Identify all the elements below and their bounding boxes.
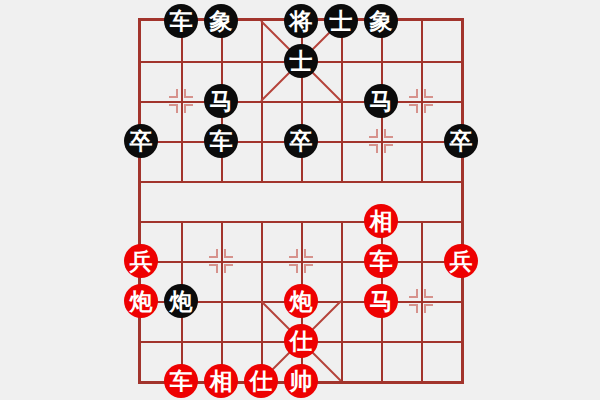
piece-red-chariot[interactable]: 车 <box>164 364 198 398</box>
piece-black-horse[interactable]: 马 <box>204 84 238 118</box>
piece-red-advisor[interactable]: 仕 <box>284 324 318 358</box>
piece-black-elephant[interactable]: 象 <box>204 4 238 38</box>
piece-black-chariot[interactable]: 车 <box>164 4 198 38</box>
piece-red-elephant[interactable]: 相 <box>204 364 238 398</box>
xiangqi-board: 车象将士象士马马卒车卒卒相兵车兵炮炮炮马仕车相仕帅 <box>138 18 464 384</box>
piece-black-soldier[interactable]: 卒 <box>444 124 478 158</box>
piece-red-elephant[interactable]: 相 <box>364 204 398 238</box>
piece-black-elephant[interactable]: 象 <box>364 4 398 38</box>
piece-red-horse[interactable]: 马 <box>364 284 398 318</box>
piece-black-advisor[interactable]: 士 <box>284 44 318 78</box>
piece-red-soldier[interactable]: 兵 <box>444 244 478 278</box>
piece-red-soldier[interactable]: 兵 <box>124 244 158 278</box>
piece-black-general[interactable]: 将 <box>284 4 318 38</box>
piece-black-soldier[interactable]: 卒 <box>284 124 318 158</box>
piece-black-cannon[interactable]: 炮 <box>164 284 198 318</box>
app-background: 车象将士象士马马卒车卒卒相兵车兵炮炮炮马仕车相仕帅 <box>0 0 600 400</box>
piece-black-advisor[interactable]: 士 <box>324 4 358 38</box>
piece-layer: 车象将士象士马马卒车卒卒相兵车兵炮炮炮马仕车相仕帅 <box>141 21 461 381</box>
piece-red-general[interactable]: 帅 <box>284 364 318 398</box>
piece-black-chariot[interactable]: 车 <box>204 124 238 158</box>
piece-black-soldier[interactable]: 卒 <box>124 124 158 158</box>
piece-red-cannon[interactable]: 炮 <box>284 284 318 318</box>
piece-red-advisor[interactable]: 仕 <box>244 364 278 398</box>
piece-black-horse[interactable]: 马 <box>364 84 398 118</box>
piece-red-chariot[interactable]: 车 <box>364 244 398 278</box>
piece-red-cannon[interactable]: 炮 <box>124 284 158 318</box>
